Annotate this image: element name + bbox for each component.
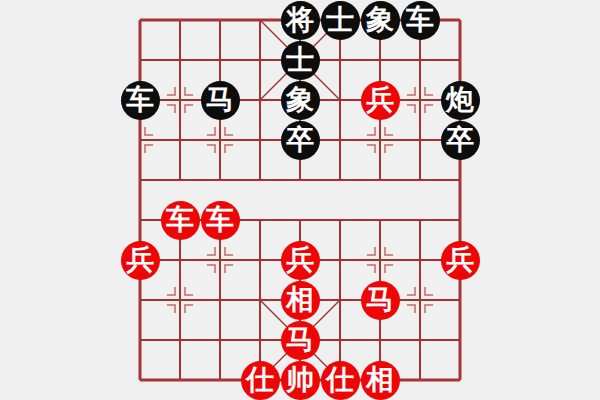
piece-black-chariot[interactable]: 车 [401, 1, 440, 40]
piece-black-elephant[interactable]: 象 [281, 81, 320, 120]
piece-red-general[interactable]: 帅 [281, 361, 320, 400]
piece-red-elephant[interactable]: 相 [281, 281, 320, 320]
piece-red-chariot[interactable]: 车 [161, 201, 200, 240]
piece-black-chariot[interactable]: 车 [121, 81, 160, 120]
piece-red-soldier[interactable]: 兵 [281, 241, 320, 280]
piece-black-advisor[interactable]: 士 [321, 1, 360, 40]
xiangqi-board: 将士象车士车马象兵炮卒卒车车兵兵兵相马马仕帅仕相 [120, 0, 480, 400]
piece-black-horse[interactable]: 马 [201, 81, 240, 120]
piece-black-cannon[interactable]: 炮 [441, 81, 480, 120]
piece-black-soldier[interactable]: 卒 [441, 121, 480, 160]
piece-red-horse[interactable]: 马 [281, 321, 320, 360]
piece-black-soldier[interactable]: 卒 [281, 121, 320, 160]
screen: 将士象车士车马象兵炮卒卒车车兵兵兵相马马仕帅仕相 [0, 0, 600, 400]
piece-red-advisor[interactable]: 仕 [241, 361, 280, 400]
piece-black-advisor[interactable]: 士 [281, 41, 320, 80]
piece-red-horse[interactable]: 马 [361, 281, 400, 320]
piece-black-elephant[interactable]: 象 [361, 1, 400, 40]
piece-red-soldier[interactable]: 兵 [121, 241, 160, 280]
piece-black-general[interactable]: 将 [281, 1, 320, 40]
piece-red-soldier[interactable]: 兵 [361, 81, 400, 120]
piece-red-advisor[interactable]: 仕 [321, 361, 360, 400]
piece-red-elephant[interactable]: 相 [361, 361, 400, 400]
piece-red-soldier[interactable]: 兵 [441, 241, 480, 280]
piece-red-chariot[interactable]: 车 [201, 201, 240, 240]
